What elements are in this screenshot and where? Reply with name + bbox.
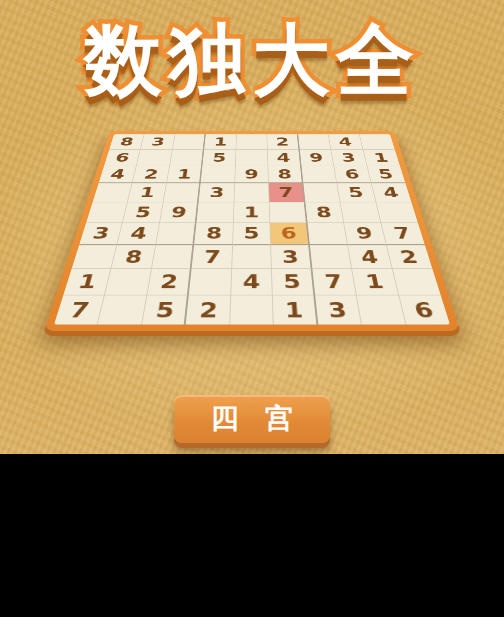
cell-r5c5[interactable]: 1 — [234, 202, 271, 222]
cell-r6c9[interactable]: 7 — [381, 223, 425, 245]
cell-r9c8[interactable] — [357, 296, 406, 325]
cell-r7c1[interactable] — [71, 245, 117, 269]
cell-r5c3[interactable]: 9 — [160, 202, 199, 222]
cell-r6c7[interactable] — [307, 223, 348, 245]
sudoku-grid: 8312465493142198651375459183485697873421… — [54, 134, 450, 324]
cell-r6c4[interactable]: 8 — [194, 223, 233, 245]
cell-r6c3[interactable] — [156, 223, 197, 245]
cell-r7c3[interactable] — [152, 245, 195, 269]
cell-r1c1[interactable]: 8 — [109, 134, 144, 149]
cell-r4c1[interactable] — [93, 183, 133, 202]
cell-r5c4[interactable] — [197, 202, 235, 222]
cell-r7c7[interactable] — [310, 245, 353, 269]
cell-r2c5[interactable] — [236, 150, 269, 166]
cell-r8c5[interactable]: 4 — [231, 269, 273, 295]
cell-r8c9[interactable] — [392, 269, 440, 295]
cell-r1c2[interactable]: 3 — [141, 134, 175, 149]
cell-r1c5[interactable] — [236, 134, 268, 149]
cell-r9c9[interactable]: 6 — [399, 296, 450, 325]
cell-r4c2[interactable]: 1 — [128, 183, 167, 202]
cell-r7c9[interactable]: 2 — [386, 245, 432, 269]
cell-r5c6[interactable] — [270, 202, 308, 222]
cell-r8c2[interactable] — [105, 269, 152, 295]
cell-r8c7[interactable]: 7 — [312, 269, 357, 295]
cell-r4c9[interactable]: 4 — [371, 183, 411, 202]
cell-r1c8[interactable]: 4 — [329, 134, 363, 149]
cell-r5c2[interactable]: 5 — [123, 202, 163, 222]
cell-r7c6[interactable]: 3 — [271, 245, 312, 269]
cell-r2c9[interactable]: 1 — [363, 150, 400, 166]
cell-r1c7[interactable] — [298, 134, 331, 149]
cell-r1c3[interactable] — [173, 134, 206, 149]
cell-r9c6[interactable]: 1 — [273, 296, 318, 325]
bottom-black-bar — [0, 454, 504, 617]
cell-r6c2[interactable]: 4 — [118, 223, 160, 245]
cell-r9c3[interactable]: 5 — [142, 296, 189, 325]
cell-r2c4[interactable]: 5 — [203, 150, 236, 166]
cell-r3c6[interactable]: 8 — [268, 166, 303, 184]
cell-r3c2[interactable]: 2 — [133, 166, 170, 184]
cell-r8c1[interactable]: 1 — [63, 269, 111, 295]
cell-r1c6[interactable]: 2 — [267, 134, 299, 149]
cell-r7c5[interactable] — [232, 245, 272, 269]
cell-r5c8[interactable] — [341, 202, 381, 222]
cell-r9c1[interactable]: 7 — [54, 296, 105, 325]
cell-r9c7[interactable]: 3 — [315, 296, 362, 325]
cell-r9c5[interactable] — [230, 296, 274, 325]
cell-r3c3[interactable]: 1 — [167, 166, 203, 184]
cell-r2c6[interactable]: 4 — [268, 150, 301, 166]
cell-r3c7[interactable] — [301, 166, 337, 184]
cell-r2c7[interactable]: 9 — [300, 150, 335, 166]
cell-r6c5[interactable]: 5 — [233, 223, 271, 245]
cell-r2c2[interactable] — [137, 150, 173, 166]
cell-r6c8[interactable]: 9 — [344, 223, 386, 245]
cell-r1c9[interactable] — [359, 134, 394, 149]
cell-r3c5[interactable]: 9 — [235, 166, 269, 184]
cell-r9c4[interactable]: 2 — [186, 296, 231, 325]
paper-background: 数独大全 83124654931421986513754591834856978… — [0, 0, 504, 454]
cell-r8c3[interactable]: 2 — [147, 269, 192, 295]
cell-r9c2[interactable] — [98, 296, 147, 325]
cell-r4c6[interactable]: 7 — [269, 183, 305, 202]
cell-r1c4[interactable]: 1 — [204, 134, 236, 149]
cell-r6c1[interactable]: 3 — [79, 223, 123, 245]
cell-r4c3[interactable] — [163, 183, 200, 202]
cell-r4c4[interactable]: 3 — [199, 183, 235, 202]
cell-r3c8[interactable]: 6 — [334, 166, 371, 184]
cell-r8c6[interactable]: 5 — [272, 269, 315, 295]
cell-r3c1[interactable]: 4 — [99, 166, 137, 184]
cell-r7c8[interactable]: 4 — [348, 245, 392, 269]
cell-r3c4[interactable] — [201, 166, 236, 184]
board-frame: 8312465493142198651375459183485697873421… — [44, 131, 460, 331]
cell-r8c8[interactable]: 1 — [352, 269, 399, 295]
cell-r4c7[interactable] — [303, 183, 340, 202]
cell-r4c8[interactable]: 5 — [337, 183, 376, 202]
cell-r2c3[interactable] — [170, 150, 205, 166]
cell-r8c4[interactable] — [189, 269, 232, 295]
cell-r5c7[interactable]: 8 — [305, 202, 344, 222]
cell-r2c1[interactable]: 6 — [104, 150, 141, 166]
cell-r6c6[interactable]: 6 — [270, 223, 309, 245]
cell-r7c2[interactable]: 8 — [112, 245, 156, 269]
cell-r5c9[interactable] — [376, 202, 418, 222]
cell-r3c9[interactable]: 5 — [367, 166, 405, 184]
sudoku-board: 8312465493142198651375459183485697873421… — [44, 131, 460, 331]
game-title: 数独大全 — [0, 16, 504, 106]
cell-r7c4[interactable]: 7 — [192, 245, 233, 269]
cell-r5c1[interactable] — [86, 202, 128, 222]
cell-r4c5[interactable] — [234, 183, 269, 202]
cell-r2c8[interactable]: 3 — [331, 150, 367, 166]
mode-button[interactable]: 四宫 — [174, 395, 330, 443]
